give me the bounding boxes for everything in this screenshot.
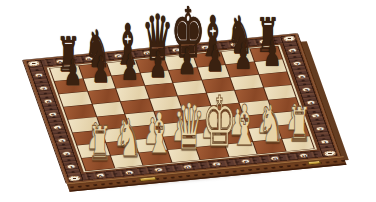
- piece-white-knight[interactable]: ♞: [117, 113, 141, 165]
- piece-white-rook[interactable]: ♜: [287, 100, 311, 148]
- coord-medallion-5: 5: [301, 87, 311, 92]
- piece-black-pawn[interactable]: ♟: [203, 41, 227, 77]
- chess-set-photo: ABCDEFGH ABCDEFGH 87654321 87654321 ♜♞♝♛…: [0, 0, 376, 202]
- chess-board: ABCDEFGH ABCDEFGH 87654321 87654321 ♜♞♝♛…: [22, 33, 342, 184]
- coord-medallion-h: H: [299, 153, 309, 158]
- piece-black-pawn[interactable]: ♟: [260, 35, 284, 71]
- piece-white-king[interactable]: ♚: [202, 87, 226, 157]
- coord-medallion-2: 2: [62, 151, 72, 156]
- coord-medallion-7: 7: [38, 86, 48, 91]
- coord-medallion-1: 1: [66, 164, 76, 169]
- coord-medallion-1: 1: [320, 140, 330, 145]
- piece-white-rook[interactable]: ♜: [88, 120, 112, 168]
- coord-medallion-a: A: [95, 173, 105, 178]
- piece-white-queen[interactable]: ♛: [173, 96, 197, 160]
- coord-medallion-5: 5: [48, 112, 58, 117]
- piece-black-pawn[interactable]: ♟: [61, 55, 85, 91]
- coord-medallion-3: 3: [57, 138, 67, 143]
- piece-black-pawn[interactable]: ♟: [89, 52, 113, 88]
- piece-white-bishop[interactable]: ♝: [230, 97, 254, 154]
- piece-white-knight[interactable]: ♞: [259, 99, 283, 151]
- coord-medallion-c: C: [153, 167, 163, 172]
- coord-medallion-7: 7: [292, 61, 302, 66]
- coord-medallion-f: F: [241, 159, 251, 164]
- coord-medallion-6: 6: [297, 74, 307, 79]
- coord-medallion-b: B: [124, 170, 134, 175]
- piece-black-pawn[interactable]: ♟: [118, 49, 142, 85]
- coord-medallion-d: D: [182, 165, 192, 170]
- coord-medallion-g: G: [270, 156, 280, 161]
- piece-white-bishop[interactable]: ♝: [145, 106, 169, 163]
- piece-black-pawn[interactable]: ♟: [146, 47, 170, 83]
- coord-medallion-e: E: [212, 162, 222, 167]
- coord-medallion-2: 2: [315, 126, 325, 131]
- coord-medallion-4: 4: [52, 125, 62, 130]
- coord-medallion-3: 3: [311, 113, 321, 118]
- piece-black-pawn[interactable]: ♟: [232, 38, 256, 74]
- piece-black-pawn[interactable]: ♟: [175, 44, 199, 80]
- coord-medallion-8: 8: [34, 73, 44, 78]
- coord-medallion-6: 6: [43, 99, 53, 104]
- coord-medallion-8: 8: [287, 48, 297, 53]
